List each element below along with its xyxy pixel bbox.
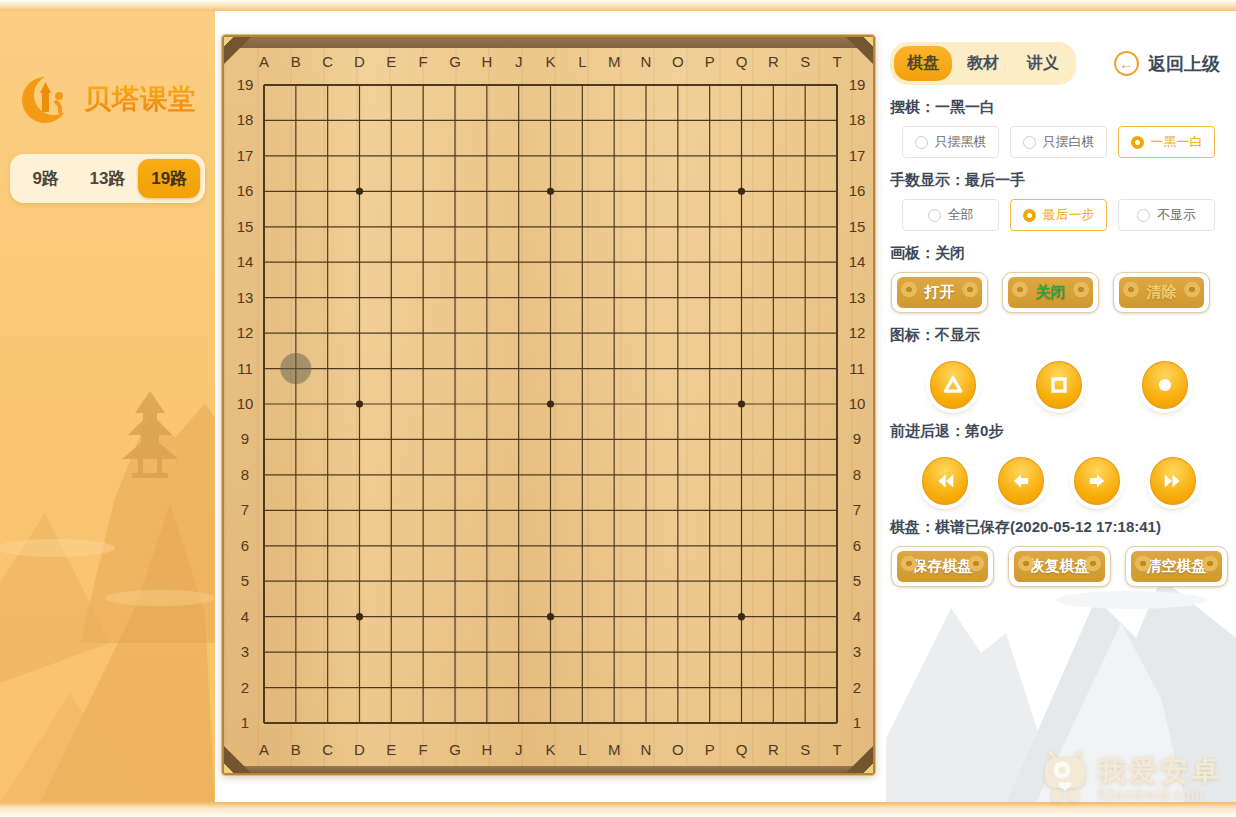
clear-board-button[interactable]: 清空棋盘 <box>1125 546 1228 587</box>
svg-text:5: 5 <box>853 572 861 589</box>
svg-text:F: F <box>419 53 428 70</box>
svg-text:17: 17 <box>849 147 866 164</box>
svg-text:S: S <box>800 53 810 70</box>
marker-buttons <box>890 361 1228 409</box>
watermark-title: 我爱安卓 <box>1098 756 1222 785</box>
svg-text:2: 2 <box>241 679 249 696</box>
svg-text:H: H <box>481 741 492 758</box>
forward-button[interactable] <box>1074 457 1120 505</box>
board-frame-top <box>224 37 873 48</box>
svg-text:F: F <box>419 741 428 758</box>
radio-icon <box>1137 209 1150 222</box>
site-watermark: 我爱安卓 52android.com <box>1042 751 1222 807</box>
markers-label: 图标：不显示 <box>890 326 1228 345</box>
place-mode-label: 摆棋：一黑一白 <box>890 98 1228 117</box>
svg-text:D: D <box>354 53 365 70</box>
logo-text: 贝塔课堂 <box>84 81 196 117</box>
svg-text:2: 2 <box>853 679 861 696</box>
svg-text:O: O <box>672 741 684 758</box>
sidebar-mountain-art <box>0 383 215 803</box>
place-mode-options: 只摆黑棋 只摆白棋 一黑一白 <box>902 126 1228 158</box>
clear-drawing-button[interactable]: 清除 <box>1113 272 1210 313</box>
svg-text:C: C <box>322 53 333 70</box>
svg-text:18: 18 <box>237 111 254 128</box>
svg-text:4: 4 <box>853 608 861 625</box>
radio-only-black[interactable]: 只摆黑棋 <box>902 126 999 158</box>
svg-text:16: 16 <box>237 182 254 199</box>
svg-text:3: 3 <box>853 643 861 660</box>
svg-text:7: 7 <box>241 501 249 518</box>
triangle-icon <box>942 374 964 396</box>
save-status-label: 棋盘：棋谱已保存(2020-05-12 17:18:41) <box>890 518 1228 537</box>
drawing-board-label: 画板：关闭 <box>890 244 1228 263</box>
window-top-border <box>0 0 1236 11</box>
radio-icon <box>915 136 928 149</box>
svg-text:19: 19 <box>237 76 254 93</box>
board-size-tabs: 9路 13路 19路 <box>10 154 205 203</box>
fast-backward-icon <box>934 470 956 492</box>
svg-text:16: 16 <box>849 182 866 199</box>
radio-alternate[interactable]: 一黑一白 <box>1118 126 1215 158</box>
move-display-label: 手数显示：最后一手 <box>890 171 1228 190</box>
go-board[interactable]: AABBCCDDEEFFGGHHJJKKLLMMNNOOPPQQRRSSTT19… <box>222 35 875 775</box>
control-panel: 棋盘 教材 讲义 ← 返回上级 摆棋：一黑一白 只摆黑棋 只摆白棋 一黑一白 手… <box>890 42 1228 587</box>
svg-text:14: 14 <box>849 253 866 270</box>
svg-text:8: 8 <box>853 466 861 483</box>
svg-text:7: 7 <box>853 501 861 518</box>
svg-text:O: O <box>672 53 684 70</box>
svg-text:E: E <box>386 53 396 70</box>
svg-text:15: 15 <box>237 218 254 235</box>
radio-icon <box>1023 136 1036 149</box>
svg-text:R: R <box>768 53 779 70</box>
close-drawing-button[interactable]: 关闭 <box>1002 272 1099 313</box>
panel-tabs: 棋盘 教材 讲义 <box>890 42 1076 85</box>
svg-text:13: 13 <box>237 289 254 306</box>
svg-text:B: B <box>291 53 301 70</box>
restore-board-button[interactable]: 恢复棋盘 <box>1008 546 1111 587</box>
android-robot-icon <box>1042 751 1088 807</box>
move-display-options: 全部 最后一步 不显示 <box>902 199 1228 231</box>
svg-text:12: 12 <box>237 324 254 341</box>
svg-text:10: 10 <box>237 395 254 412</box>
backward-button[interactable] <box>998 457 1044 505</box>
radio-hide-moves[interactable]: 不显示 <box>1118 199 1215 231</box>
svg-text:P: P <box>705 53 715 70</box>
logo-moon-icon <box>18 70 76 128</box>
svg-text:G: G <box>449 53 461 70</box>
svg-text:H: H <box>481 53 492 70</box>
svg-text:J: J <box>515 741 523 758</box>
svg-text:9: 9 <box>853 430 861 447</box>
svg-text:A: A <box>259 741 269 758</box>
size-tab-19[interactable]: 19路 <box>138 159 200 198</box>
radio-only-white[interactable]: 只摆白棋 <box>1010 126 1107 158</box>
svg-text:T: T <box>832 741 841 758</box>
fast-forward-button[interactable] <box>1150 457 1196 505</box>
svg-text:6: 6 <box>241 537 249 554</box>
size-tab-9[interactable]: 9路 <box>15 159 77 198</box>
size-tab-13[interactable]: 13路 <box>77 159 139 198</box>
hover-stone-indicator <box>280 353 311 384</box>
save-board-button[interactable]: 保存棋盘 <box>891 546 994 587</box>
tab-textbook[interactable]: 教材 <box>954 46 1012 81</box>
save-buttons: 保存棋盘 恢复棋盘 清空棋盘 <box>891 546 1228 587</box>
svg-text:L: L <box>578 53 586 70</box>
navigation-buttons <box>890 457 1228 505</box>
svg-text:L: L <box>578 741 586 758</box>
svg-text:17: 17 <box>237 147 254 164</box>
svg-text:J: J <box>515 53 523 70</box>
svg-text:19: 19 <box>849 76 866 93</box>
drawing-board-buttons: 打开 关闭 清除 <box>891 272 1228 313</box>
svg-text:6: 6 <box>853 537 861 554</box>
svg-text:10: 10 <box>849 395 866 412</box>
triangle-marker-button[interactable] <box>930 361 976 409</box>
backward-icon <box>1010 470 1032 492</box>
svg-text:C: C <box>322 741 333 758</box>
tab-board[interactable]: 棋盘 <box>894 46 952 81</box>
svg-text:5: 5 <box>241 572 249 589</box>
app-logo: 贝塔课堂 <box>18 70 215 128</box>
forward-icon <box>1086 470 1108 492</box>
svg-text:9: 9 <box>241 430 249 447</box>
svg-text:B: B <box>291 741 301 758</box>
svg-text:11: 11 <box>849 360 865 377</box>
fast-backward-button[interactable] <box>922 457 968 505</box>
svg-text:Q: Q <box>736 53 748 70</box>
svg-text:M: M <box>608 741 621 758</box>
go-board-grid[interactable]: AABBCCDDEEFFGGHHJJKKLLMMNNOOPPQQRRSSTT19… <box>224 37 873 773</box>
square-icon <box>1048 374 1070 396</box>
svg-text:S: S <box>800 741 810 758</box>
sidebar: 贝塔课堂 9路 13路 19路 <box>0 10 215 803</box>
open-drawing-button[interactable]: 打开 <box>891 272 988 313</box>
svg-text:T: T <box>832 53 841 70</box>
svg-text:K: K <box>545 741 555 758</box>
svg-text:18: 18 <box>849 111 866 128</box>
svg-text:A: A <box>259 53 269 70</box>
svg-text:13: 13 <box>849 289 866 306</box>
svg-text:1: 1 <box>853 714 861 731</box>
svg-text:N: N <box>641 53 652 70</box>
radio-all-moves[interactable]: 全部 <box>902 199 999 231</box>
square-marker-button[interactable] <box>1036 361 1082 409</box>
circle-marker-button[interactable] <box>1142 361 1188 409</box>
svg-text:G: G <box>449 741 461 758</box>
svg-text:P: P <box>705 741 715 758</box>
svg-text:15: 15 <box>849 218 866 235</box>
back-arrow-icon: ← <box>1114 51 1139 76</box>
radio-icon <box>1023 209 1036 222</box>
svg-text:4: 4 <box>241 608 249 625</box>
svg-text:E: E <box>386 741 396 758</box>
svg-text:11: 11 <box>237 360 253 377</box>
back-label: 返回上级 <box>1148 52 1220 76</box>
board-frame-bottom <box>224 766 873 773</box>
watermark-url: 52android.com <box>1098 786 1222 802</box>
svg-text:14: 14 <box>237 253 254 270</box>
svg-text:K: K <box>545 53 555 70</box>
svg-text:1: 1 <box>241 714 249 731</box>
svg-text:D: D <box>354 741 365 758</box>
svg-text:M: M <box>608 53 621 70</box>
svg-text:12: 12 <box>849 324 866 341</box>
radio-last-move[interactable]: 最后一步 <box>1010 199 1107 231</box>
radio-icon <box>1131 136 1144 149</box>
back-button[interactable]: ← 返回上级 <box>1114 51 1220 76</box>
navigation-label: 前进后退：第0步 <box>890 422 1228 441</box>
svg-text:Q: Q <box>736 741 748 758</box>
svg-text:8: 8 <box>241 466 249 483</box>
svg-text:R: R <box>768 741 779 758</box>
circle-icon <box>1154 374 1176 396</box>
radio-icon <box>928 209 941 222</box>
fast-forward-icon <box>1162 470 1184 492</box>
tab-handout[interactable]: 讲义 <box>1014 46 1072 81</box>
svg-text:3: 3 <box>241 643 249 660</box>
svg-text:N: N <box>641 741 652 758</box>
